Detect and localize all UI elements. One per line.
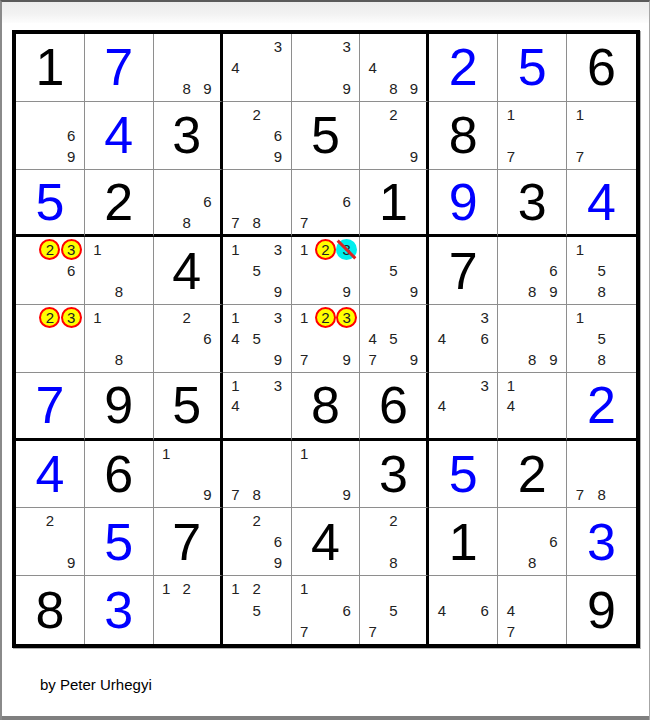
cell-r4c4[interactable]: 1359 xyxy=(223,237,292,305)
cell-r3c5[interactable]: 67 xyxy=(292,170,361,238)
candidate: 6 xyxy=(197,192,218,212)
candidate: 7 xyxy=(362,349,383,370)
candidate-grid: 47 xyxy=(500,578,564,642)
candidate-yellow-circled: 2 xyxy=(315,239,336,260)
cell-r9c9[interactable]: 9 xyxy=(567,576,636,644)
candidate: 2 xyxy=(246,510,267,531)
candidate: 1 xyxy=(569,104,591,125)
candidate-grid: 68 xyxy=(500,510,564,573)
cell-r1c4[interactable]: 34 xyxy=(223,34,292,102)
candidate: 1 xyxy=(87,307,108,328)
candidate-grid: 78 xyxy=(225,443,289,506)
solved-digit: 2 xyxy=(587,379,616,431)
candidate: 6 xyxy=(197,328,218,349)
candidate: 6 xyxy=(61,125,82,146)
candidate: 7 xyxy=(294,621,315,642)
candidate: 9 xyxy=(197,485,218,506)
candidate: 9 xyxy=(404,78,425,99)
cell-r2c5[interactable]: 5 xyxy=(292,102,361,170)
candidate: 8 xyxy=(176,78,197,99)
candidate: 9 xyxy=(336,78,357,99)
candidate-grid: 18 xyxy=(87,239,151,302)
given-digit: 1 xyxy=(35,41,64,93)
candidate: 9 xyxy=(404,349,425,370)
cell-r2c6[interactable]: 29 xyxy=(360,102,429,170)
candidate: 4 xyxy=(500,395,521,415)
candidate: 1 xyxy=(156,578,177,599)
given-digit: 1 xyxy=(449,516,478,568)
cell-r7c9[interactable]: 78 xyxy=(567,441,636,509)
cell-r4c7[interactable]: 7 xyxy=(429,237,498,305)
candidate: 5 xyxy=(591,260,613,281)
candidate: 8 xyxy=(522,349,543,370)
candidate-grid: 18 xyxy=(87,307,151,370)
given-digit: 4 xyxy=(311,516,340,568)
candidate: 6 xyxy=(61,260,82,281)
cell-r6c7[interactable]: 34 xyxy=(429,373,498,441)
candidate: 9 xyxy=(543,349,564,370)
cell-r9c1[interactable]: 8 xyxy=(16,576,85,644)
cell-r3c2[interactable]: 2 xyxy=(85,170,154,238)
candidate: 9 xyxy=(267,281,288,302)
given-digit: 6 xyxy=(379,379,408,431)
candidate: 3 xyxy=(474,375,495,395)
cell-r2c8[interactable]: 17 xyxy=(498,102,567,170)
cell-r7c1[interactable]: 4 xyxy=(16,441,85,509)
candidate: 2 xyxy=(383,510,404,531)
candidate-yellow-circled: 3 xyxy=(61,239,82,260)
candidate-grid: 23 xyxy=(18,307,82,370)
cell-r9c7[interactable]: 46 xyxy=(429,576,498,644)
cell-r5c7[interactable]: 346 xyxy=(429,305,498,373)
cell-r6c9[interactable]: 2 xyxy=(567,373,636,441)
solved-digit: 9 xyxy=(449,176,478,228)
given-digit: 3 xyxy=(518,176,547,228)
solved-digit: 4 xyxy=(587,176,616,228)
candidate: 3 xyxy=(267,375,288,395)
candidate-yellow-circled: 2 xyxy=(39,307,60,328)
given-digit: 3 xyxy=(379,448,408,500)
cell-r1c6[interactable]: 489 xyxy=(360,34,429,102)
candidate: 6 xyxy=(474,599,495,620)
cell-r1c5[interactable]: 39 xyxy=(292,34,361,102)
candidate: 6 xyxy=(267,125,288,146)
app-window: 1789343948925669432695298171752687867193… xyxy=(0,0,650,720)
cell-r2c2[interactable]: 4 xyxy=(85,102,154,170)
given-digit: 2 xyxy=(104,176,133,228)
candidate: 6 xyxy=(543,531,564,552)
cell-r5c3[interactable]: 26 xyxy=(154,305,223,373)
candidate-grid: 1239 xyxy=(294,239,358,302)
candidate: 9 xyxy=(197,78,218,99)
given-digit: 2 xyxy=(518,448,547,500)
cell-r7c5[interactable]: 19 xyxy=(292,441,361,509)
candidate: 4 xyxy=(362,328,383,349)
candidate-grid: 4579 xyxy=(362,307,424,370)
cell-r2c1[interactable]: 69 xyxy=(16,102,85,170)
candidate: 4 xyxy=(500,599,521,620)
candidate: 8 xyxy=(591,349,613,370)
candidate-grid: 269 xyxy=(225,104,289,167)
given-digit: 6 xyxy=(587,41,616,93)
cell-r3c3[interactable]: 68 xyxy=(154,170,223,238)
candidate-grid: 34 xyxy=(431,375,495,436)
cell-r1c9[interactable]: 6 xyxy=(567,34,636,102)
candidate: 6 xyxy=(474,328,495,349)
candidate: 5 xyxy=(246,260,267,281)
cell-r2c4[interactable]: 269 xyxy=(223,102,292,170)
cell-r5c9[interactable]: 158 xyxy=(567,305,636,373)
candidate-grid: 46 xyxy=(431,578,495,642)
candidate-grid: 167 xyxy=(294,578,358,642)
cell-r8c4[interactable]: 269 xyxy=(223,508,292,576)
candidate-grid: 158 xyxy=(569,239,634,302)
candidate-grid: 12 xyxy=(156,578,218,642)
cell-r1c2[interactable]: 7 xyxy=(85,34,154,102)
candidate-grid: 28 xyxy=(362,510,424,573)
given-digit: 8 xyxy=(449,109,478,161)
candidate: 9 xyxy=(61,146,82,167)
cell-r3c6[interactable]: 1 xyxy=(360,170,429,238)
candidate: 4 xyxy=(225,395,246,415)
cell-r4c8[interactable]: 689 xyxy=(498,237,567,305)
cell-r4c6[interactable]: 59 xyxy=(360,237,429,305)
candidate: 1 xyxy=(294,578,315,599)
candidate: 8 xyxy=(383,78,404,99)
candidate: 5 xyxy=(246,599,267,620)
cell-r6c4[interactable]: 134 xyxy=(223,373,292,441)
candidate-grid: 26 xyxy=(156,307,218,370)
candidate-cyan-slashed: 3 xyxy=(336,239,357,260)
candidate: 1 xyxy=(225,375,246,395)
candidate: 4 xyxy=(431,599,452,620)
cell-r8c7[interactable]: 1 xyxy=(429,508,498,576)
cell-r7c4[interactable]: 78 xyxy=(223,441,292,509)
cell-r9c8[interactable]: 47 xyxy=(498,576,567,644)
candidate: 4 xyxy=(431,395,452,415)
candidate: 1 xyxy=(500,104,521,125)
cell-r6c2[interactable]: 9 xyxy=(85,373,154,441)
candidate-grid: 59 xyxy=(362,239,424,302)
candidate: 3 xyxy=(336,36,357,57)
candidate: 1 xyxy=(294,239,315,260)
cell-r7c3[interactable]: 19 xyxy=(154,441,223,509)
solved-digit: 5 xyxy=(104,516,133,568)
cell-r5c2[interactable]: 18 xyxy=(85,305,154,373)
candidate: 9 xyxy=(267,552,288,573)
cell-r7c7[interactable]: 5 xyxy=(429,441,498,509)
cell-r5c8[interactable]: 89 xyxy=(498,305,567,373)
solved-digit: 2 xyxy=(449,41,478,93)
solved-digit: 3 xyxy=(587,516,616,568)
candidate: 2 xyxy=(383,104,404,125)
cell-r4c1[interactable]: 236 xyxy=(16,237,85,305)
candidate-grid: 78 xyxy=(225,172,289,233)
candidate: 1 xyxy=(294,307,315,328)
candidate: 3 xyxy=(267,239,288,260)
candidate: 5 xyxy=(383,260,404,281)
solved-digit: 7 xyxy=(104,41,133,93)
candidate-grid: 689 xyxy=(500,239,564,302)
candidate: 1 xyxy=(225,239,246,260)
cell-r4c2[interactable]: 18 xyxy=(85,237,154,305)
cell-r2c3[interactable]: 3 xyxy=(154,102,223,170)
candidate-yellow-circled: 2 xyxy=(315,307,336,328)
candidate: 8 xyxy=(591,281,613,302)
cell-r5c5[interactable]: 12379 xyxy=(292,305,361,373)
candidate: 8 xyxy=(522,281,543,302)
candidate: 2 xyxy=(176,307,197,328)
cell-r2c7[interactable]: 8 xyxy=(429,102,498,170)
candidate: 2 xyxy=(39,510,60,531)
solved-digit: 3 xyxy=(104,584,133,636)
candidate: 4 xyxy=(431,328,452,349)
candidate: 3 xyxy=(474,307,495,328)
candidate: 3 xyxy=(267,307,288,328)
candidate-grid: 13459 xyxy=(225,307,289,370)
window-bottom-edge xyxy=(2,716,649,720)
candidate: 9 xyxy=(267,349,288,370)
given-digit: 9 xyxy=(104,379,133,431)
cell-r8c9[interactable]: 3 xyxy=(567,508,636,576)
candidate: 4 xyxy=(225,57,246,78)
candidate-grid: 57 xyxy=(362,578,424,642)
candidate-grid: 68 xyxy=(156,172,218,233)
cell-r5c1[interactable]: 23 xyxy=(16,305,85,373)
cell-r6c3[interactable]: 5 xyxy=(154,373,223,441)
candidate: 7 xyxy=(294,212,315,232)
candidate-grid: 19 xyxy=(294,443,358,506)
cell-r4c3[interactable]: 4 xyxy=(154,237,223,305)
cell-r1c1[interactable]: 1 xyxy=(16,34,85,102)
cell-r3c4[interactable]: 78 xyxy=(223,170,292,238)
candidate: 6 xyxy=(267,531,288,552)
candidate: 8 xyxy=(246,212,267,232)
given-digit: 7 xyxy=(449,245,478,297)
candidate: 7 xyxy=(500,146,521,167)
cell-r3c8[interactable]: 3 xyxy=(498,170,567,238)
candidate-yellow-circled: 2 xyxy=(39,239,60,260)
given-digit: 5 xyxy=(311,109,340,161)
candidate: 8 xyxy=(383,552,404,573)
cell-r9c5[interactable]: 167 xyxy=(292,576,361,644)
window-top-bar xyxy=(2,2,649,23)
candidate-grid: 134 xyxy=(225,375,289,436)
solved-digit: 7 xyxy=(35,379,64,431)
candidate: 8 xyxy=(176,212,197,232)
candidate-grid: 14 xyxy=(500,375,564,436)
candidate-grid: 69 xyxy=(18,104,82,167)
cell-r6c8[interactable]: 14 xyxy=(498,373,567,441)
given-digit: 6 xyxy=(104,448,133,500)
candidate: 9 xyxy=(543,281,564,302)
solved-digit: 4 xyxy=(35,448,64,500)
solved-digit: 5 xyxy=(35,176,64,228)
candidate-grid: 489 xyxy=(362,36,424,99)
cell-r4c9[interactable]: 158 xyxy=(567,237,636,305)
candidate: 4 xyxy=(225,328,246,349)
solved-digit: 5 xyxy=(449,448,478,500)
candidate: 5 xyxy=(383,599,404,620)
cell-r6c1[interactable]: 7 xyxy=(16,373,85,441)
candidate-grid: 78 xyxy=(569,443,634,506)
candidate-grid: 158 xyxy=(569,307,634,370)
given-digit: 5 xyxy=(172,379,201,431)
cell-r1c7[interactable]: 2 xyxy=(429,34,498,102)
candidate: 1 xyxy=(87,239,108,260)
given-digit: 8 xyxy=(311,379,340,431)
cell-r5c4[interactable]: 13459 xyxy=(223,305,292,373)
cell-r5c6[interactable]: 4579 xyxy=(360,305,429,373)
candidate: 1 xyxy=(569,307,591,328)
solved-digit: 5 xyxy=(518,41,547,93)
candidate: 4 xyxy=(362,57,383,78)
candidate-grid: 17 xyxy=(569,104,634,167)
candidate: 7 xyxy=(500,621,521,642)
candidate: 5 xyxy=(591,328,613,349)
cell-r2c9[interactable]: 17 xyxy=(567,102,636,170)
candidate-yellow-circled: 3 xyxy=(61,307,82,328)
solved-digit: 4 xyxy=(104,109,133,161)
cell-r8c6[interactable]: 28 xyxy=(360,508,429,576)
candidate-grid: 269 xyxy=(225,510,289,573)
cell-r6c6[interactable]: 6 xyxy=(360,373,429,441)
candidate-grid: 29 xyxy=(362,104,424,167)
candidate-grid: 236 xyxy=(18,239,82,302)
cell-r8c1[interactable]: 29 xyxy=(16,508,85,576)
given-digit: 3 xyxy=(172,109,201,161)
candidate-grid: 34 xyxy=(225,36,289,99)
cell-r7c2[interactable]: 6 xyxy=(85,441,154,509)
candidate-grid: 89 xyxy=(156,36,218,99)
candidate: 8 xyxy=(522,552,543,573)
given-digit: 4 xyxy=(172,245,201,297)
candidate: 9 xyxy=(404,146,425,167)
cell-r1c8[interactable]: 5 xyxy=(498,34,567,102)
sudoku-board: 1789343948925669432695298171752687867193… xyxy=(12,30,640,648)
candidate-grid: 39 xyxy=(294,36,358,99)
given-digit: 8 xyxy=(35,584,64,636)
cell-r4c5[interactable]: 1239 xyxy=(292,237,361,305)
candidate-grid: 29 xyxy=(18,510,82,573)
cell-r8c5[interactable]: 4 xyxy=(292,508,361,576)
cell-r3c1[interactable]: 5 xyxy=(16,170,85,238)
candidate: 2 xyxy=(246,578,267,599)
cell-r1c3[interactable]: 89 xyxy=(154,34,223,102)
candidate-grid: 67 xyxy=(294,172,358,233)
candidate: 1 xyxy=(569,239,591,260)
cell-r9c2[interactable]: 3 xyxy=(85,576,154,644)
candidate-grid: 346 xyxy=(431,307,495,370)
cell-r3c9[interactable]: 4 xyxy=(567,170,636,238)
candidate-grid: 1359 xyxy=(225,239,289,302)
candidate: 6 xyxy=(336,192,357,212)
candidate: 8 xyxy=(591,485,613,506)
candidate: 7 xyxy=(362,621,383,642)
cell-r7c8[interactable]: 2 xyxy=(498,441,567,509)
cell-r8c8[interactable]: 68 xyxy=(498,508,567,576)
candidate: 1 xyxy=(500,375,521,395)
candidate: 7 xyxy=(225,485,246,506)
candidate: 8 xyxy=(246,485,267,506)
given-digit: 9 xyxy=(587,584,616,636)
candidate-grid: 19 xyxy=(156,443,218,506)
candidate: 1 xyxy=(156,443,177,464)
candidate: 6 xyxy=(543,260,564,281)
candidate: 7 xyxy=(294,349,315,370)
candidate: 9 xyxy=(336,349,357,370)
candidate: 9 xyxy=(61,552,82,573)
candidate: 9 xyxy=(336,281,357,302)
candidate-grid: 17 xyxy=(500,104,564,167)
given-digit: 7 xyxy=(172,516,201,568)
candidate: 6 xyxy=(336,599,357,620)
candidate-grid: 12379 xyxy=(294,307,358,370)
candidate: 7 xyxy=(569,485,591,506)
cell-r9c4[interactable]: 125 xyxy=(223,576,292,644)
cell-r9c3[interactable]: 12 xyxy=(154,576,223,644)
cell-r9c6[interactable]: 57 xyxy=(360,576,429,644)
candidate: 1 xyxy=(225,307,246,328)
candidate: 5 xyxy=(246,328,267,349)
candidate: 9 xyxy=(404,281,425,302)
cell-r6c5[interactable]: 8 xyxy=(292,373,361,441)
candidate: 7 xyxy=(569,146,591,167)
cell-r8c3[interactable]: 7 xyxy=(154,508,223,576)
candidate: 1 xyxy=(294,443,315,464)
candidate: 5 xyxy=(383,328,404,349)
candidate: 2 xyxy=(176,578,197,599)
candidate: 7 xyxy=(225,212,246,232)
candidate: 9 xyxy=(267,146,288,167)
cell-r3c7[interactable]: 9 xyxy=(429,170,498,238)
candidate: 9 xyxy=(336,485,357,506)
author-credit: by Peter Urhegyi xyxy=(40,676,152,693)
candidate: 1 xyxy=(225,578,246,599)
given-digit: 1 xyxy=(379,176,408,228)
candidate-grid: 125 xyxy=(225,578,289,642)
cell-r7c6[interactable]: 3 xyxy=(360,441,429,509)
candidate-grid: 89 xyxy=(500,307,564,370)
candidate: 8 xyxy=(108,349,129,370)
candidate: 2 xyxy=(246,104,267,125)
candidate: 3 xyxy=(267,36,288,57)
candidate: 8 xyxy=(108,281,129,302)
candidate-yellow-circled: 3 xyxy=(336,307,357,328)
cell-r8c2[interactable]: 5 xyxy=(85,508,154,576)
